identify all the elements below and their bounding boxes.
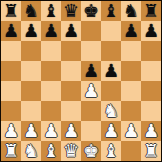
white-pawn: ♟ bbox=[141, 121, 161, 141]
black-queen: ♛ bbox=[61, 1, 81, 21]
square-c5[interactable] bbox=[41, 61, 61, 81]
square-b6[interactable] bbox=[21, 41, 41, 61]
black-knight: ♞ bbox=[21, 1, 41, 21]
square-g4[interactable] bbox=[121, 81, 141, 101]
square-a7[interactable]: ♟ bbox=[1, 21, 21, 41]
white-knight: ♞ bbox=[21, 141, 41, 161]
white-queen: ♛ bbox=[61, 141, 81, 161]
square-b8[interactable]: ♞ bbox=[21, 1, 41, 21]
square-h5[interactable] bbox=[141, 61, 161, 81]
square-d8[interactable]: ♛ bbox=[61, 1, 81, 21]
square-h6[interactable] bbox=[141, 41, 161, 61]
square-g3[interactable] bbox=[121, 101, 141, 121]
square-c1[interactable]: ♝ bbox=[41, 141, 61, 161]
square-b4[interactable] bbox=[21, 81, 41, 101]
square-e3[interactable] bbox=[81, 101, 101, 121]
black-bishop: ♝ bbox=[41, 1, 61, 21]
square-f4[interactable] bbox=[101, 81, 121, 101]
square-a6[interactable] bbox=[1, 41, 21, 61]
black-pawn: ♟ bbox=[21, 21, 41, 41]
square-c8[interactable]: ♝ bbox=[41, 1, 61, 21]
white-king: ♚ bbox=[81, 141, 101, 161]
square-a3[interactable] bbox=[1, 101, 21, 121]
white-rook: ♜ bbox=[141, 141, 161, 161]
square-f8[interactable]: ♝ bbox=[101, 1, 121, 21]
square-e8[interactable]: ♚ bbox=[81, 1, 101, 21]
square-a5[interactable] bbox=[1, 61, 21, 81]
square-h3[interactable] bbox=[141, 101, 161, 121]
white-bishop: ♝ bbox=[101, 141, 121, 161]
square-e5[interactable]: ♟ bbox=[81, 61, 101, 81]
square-g1[interactable] bbox=[121, 141, 141, 161]
black-pawn: ♟ bbox=[41, 21, 61, 41]
square-a1[interactable]: ♜ bbox=[1, 141, 21, 161]
square-h7[interactable]: ♟ bbox=[141, 21, 161, 41]
black-knight: ♞ bbox=[121, 1, 141, 21]
square-c7[interactable]: ♟ bbox=[41, 21, 61, 41]
square-d5[interactable] bbox=[61, 61, 81, 81]
square-c6[interactable] bbox=[41, 41, 61, 61]
square-d2[interactable]: ♟ bbox=[61, 121, 81, 141]
square-f5[interactable]: ♟ bbox=[101, 61, 121, 81]
white-pawn: ♟ bbox=[61, 121, 81, 141]
white-pawn: ♟ bbox=[121, 121, 141, 141]
square-c3[interactable] bbox=[41, 101, 61, 121]
black-king: ♚ bbox=[81, 1, 101, 21]
white-pawn: ♟ bbox=[21, 121, 41, 141]
square-a2[interactable]: ♟ bbox=[1, 121, 21, 141]
black-pawn: ♟ bbox=[141, 21, 161, 41]
white-pawn: ♟ bbox=[81, 81, 101, 101]
square-b3[interactable] bbox=[21, 101, 41, 121]
square-e7[interactable] bbox=[81, 21, 101, 41]
square-e2[interactable] bbox=[81, 121, 101, 141]
white-bishop: ♝ bbox=[41, 141, 61, 161]
square-g8[interactable]: ♞ bbox=[121, 1, 141, 21]
white-pawn: ♟ bbox=[1, 121, 21, 141]
square-a4[interactable] bbox=[1, 81, 21, 101]
square-d6[interactable] bbox=[61, 41, 81, 61]
black-pawn: ♟ bbox=[101, 61, 121, 81]
square-g7[interactable]: ♟ bbox=[121, 21, 141, 41]
square-h2[interactable]: ♟ bbox=[141, 121, 161, 141]
square-h4[interactable] bbox=[141, 81, 161, 101]
square-g2[interactable]: ♟ bbox=[121, 121, 141, 141]
white-knight: ♞ bbox=[101, 101, 121, 121]
square-b2[interactable]: ♟ bbox=[21, 121, 41, 141]
square-e1[interactable]: ♚ bbox=[81, 141, 101, 161]
square-c2[interactable]: ♟ bbox=[41, 121, 61, 141]
white-pawn: ♟ bbox=[101, 121, 121, 141]
square-b5[interactable] bbox=[21, 61, 41, 81]
square-c4[interactable] bbox=[41, 81, 61, 101]
square-h8[interactable]: ♜ bbox=[141, 1, 161, 21]
white-pawn: ♟ bbox=[41, 121, 61, 141]
square-d1[interactable]: ♛ bbox=[61, 141, 81, 161]
chess-board: ♜♞♝♛♚♝♞♜♟♟♟♟♟♟♟♟♟♞♟♟♟♟♟♟♟♜♞♝♛♚♝♜ bbox=[0, 0, 162, 162]
square-f2[interactable]: ♟ bbox=[101, 121, 121, 141]
square-a8[interactable]: ♜ bbox=[1, 1, 21, 21]
square-b1[interactable]: ♞ bbox=[21, 141, 41, 161]
square-f6[interactable] bbox=[101, 41, 121, 61]
black-pawn: ♟ bbox=[81, 61, 101, 81]
black-rook: ♜ bbox=[141, 1, 161, 21]
square-d4[interactable] bbox=[61, 81, 81, 101]
square-f7[interactable] bbox=[101, 21, 121, 41]
square-f3[interactable]: ♞ bbox=[101, 101, 121, 121]
black-pawn: ♟ bbox=[121, 21, 141, 41]
square-e4[interactable]: ♟ bbox=[81, 81, 101, 101]
black-pawn: ♟ bbox=[61, 21, 81, 41]
square-b7[interactable]: ♟ bbox=[21, 21, 41, 41]
square-d7[interactable]: ♟ bbox=[61, 21, 81, 41]
black-bishop: ♝ bbox=[101, 1, 121, 21]
black-pawn: ♟ bbox=[1, 21, 21, 41]
square-f1[interactable]: ♝ bbox=[101, 141, 121, 161]
square-h1[interactable]: ♜ bbox=[141, 141, 161, 161]
white-rook: ♜ bbox=[1, 141, 21, 161]
square-g6[interactable] bbox=[121, 41, 141, 61]
square-g5[interactable] bbox=[121, 61, 141, 81]
black-rook: ♜ bbox=[1, 1, 21, 21]
square-e6[interactable] bbox=[81, 41, 101, 61]
square-d3[interactable] bbox=[61, 101, 81, 121]
